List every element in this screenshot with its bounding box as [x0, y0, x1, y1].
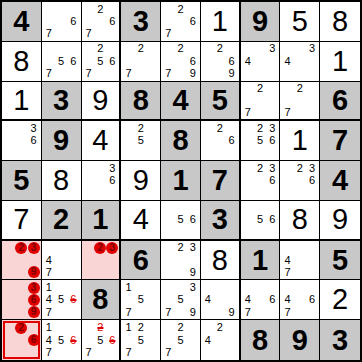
- mark-slot-8: [55, 266, 67, 278]
- cell-r1c7[interactable]: 9: [241, 2, 281, 42]
- cell-r3c6[interactable]: 5: [201, 82, 241, 122]
- cell-r1c5[interactable]: 267: [161, 2, 201, 42]
- circled-candidate: 2: [94, 242, 106, 254]
- mark-slot-2: [55, 242, 67, 254]
- mark-slot-4: [281, 174, 293, 186]
- cell-r1c2[interactable]: 67: [42, 2, 82, 42]
- mark-slot-2: 2: [15, 242, 27, 254]
- pencil-marks: 369: [3, 281, 40, 318]
- mark-slot-1: [3, 321, 15, 334]
- cell-r7c4[interactable]: 6: [121, 241, 161, 281]
- cell-r2c6[interactable]: 269: [201, 42, 241, 82]
- candidate: 2: [257, 123, 263, 134]
- candidate: 2: [217, 322, 223, 333]
- mark-slot-9: [67, 28, 79, 40]
- candidate: 2: [138, 43, 144, 54]
- candidate: 5: [97, 56, 103, 67]
- pencil-marks: 34: [242, 43, 279, 80]
- mark-slot-6: 6: [67, 294, 79, 306]
- candidate: 2: [217, 43, 223, 54]
- cell-r1c1[interactable]: 4: [2, 2, 42, 42]
- mark-slot-4: [162, 214, 174, 226]
- candidate: 5: [58, 335, 64, 346]
- mark-slot-3: [106, 321, 118, 334]
- mark-slot-2: [55, 3, 67, 15]
- solved-digit: 8: [292, 205, 308, 234]
- mark-slot-5: [15, 334, 27, 347]
- mark-slot-2: 2: [135, 43, 147, 55]
- pencil-marks: 36: [3, 122, 40, 159]
- mark-slot-3: [147, 281, 159, 293]
- candidate: 5: [177, 294, 183, 305]
- cell-r6c8[interactable]: 8: [280, 201, 320, 241]
- cell-r9c7[interactable]: 8: [241, 320, 281, 360]
- cell-r8c3[interactable]: 8: [82, 280, 122, 320]
- mark-slot-7: 7: [83, 346, 95, 359]
- mark-slot-1: [242, 281, 254, 293]
- candidate: 1: [125, 282, 131, 293]
- mark-slot-5: [214, 135, 226, 147]
- mark-slot-8: [294, 187, 306, 199]
- mark-slot-1: [83, 162, 95, 174]
- solved-digit: 1: [212, 7, 228, 36]
- candidate: 1: [46, 282, 52, 293]
- mark-slot-2: 2: [174, 43, 186, 55]
- circled-candidate: 2: [15, 322, 27, 334]
- cell-r6c2[interactable]: 2: [42, 201, 82, 241]
- mark-slot-7: [242, 187, 254, 199]
- cell-r2c3[interactable]: 2567: [82, 42, 122, 82]
- mark-slot-3: [147, 321, 159, 334]
- mark-slot-8: [254, 187, 266, 199]
- mark-slot-5: 5: [94, 55, 106, 67]
- cell-r3c8[interactable]: 27: [280, 82, 320, 122]
- mark-slot-4: [202, 135, 214, 147]
- mark-slot-4: [122, 135, 134, 147]
- candidate: 4: [46, 294, 52, 305]
- mark-slot-7: [242, 226, 254, 238]
- mark-slot-4: [202, 55, 214, 67]
- mark-slot-4: [83, 174, 95, 186]
- cell-r9c6[interactable]: 24: [201, 320, 241, 360]
- mark-slot-5: [174, 55, 186, 67]
- given-digit: 6: [332, 86, 348, 115]
- mark-slot-1: [162, 281, 174, 293]
- candidate: 7: [46, 68, 52, 79]
- cell-r4c9[interactable]: 7: [320, 121, 360, 161]
- mark-slot-3: [106, 43, 118, 55]
- mark-slot-5: [55, 15, 67, 27]
- candidate: 2: [257, 83, 263, 94]
- mark-slot-5: [294, 254, 306, 266]
- mark-slot-5: [254, 55, 266, 67]
- cell-r5c3[interactable]: 36: [82, 161, 122, 201]
- candidate: 7: [285, 107, 291, 118]
- mark-slot-9: [147, 306, 159, 318]
- given-digit: 5: [212, 86, 228, 115]
- mark-slot-1: [202, 43, 214, 55]
- mark-slot-1: [3, 242, 15, 254]
- mark-slot-1: [281, 162, 293, 174]
- cell-r5c7[interactable]: 236: [241, 161, 281, 201]
- cell-r2c9[interactable]: 1: [320, 42, 360, 82]
- solved-digit: 7: [13, 205, 29, 234]
- mark-slot-8: [294, 266, 306, 278]
- mark-slot-9: [306, 187, 318, 199]
- cell-r7c9[interactable]: 5: [320, 241, 360, 281]
- mark-slot-5: [174, 254, 186, 266]
- pencil-marks: 239: [162, 242, 199, 279]
- candidate: 2: [217, 123, 223, 134]
- mark-slot-7: 7: [162, 346, 174, 359]
- mark-slot-6: 6: [28, 334, 40, 347]
- given-digit: 3: [332, 326, 348, 355]
- mark-slot-7: [162, 226, 174, 238]
- mark-slot-6: 6: [226, 135, 238, 147]
- candidate: 5: [58, 294, 64, 305]
- pencil-marks: 2679: [162, 43, 199, 80]
- cell-r1c8[interactable]: 5: [280, 2, 320, 42]
- mark-slot-8: [174, 266, 186, 278]
- mark-slot-4: [83, 334, 95, 347]
- mark-slot-3: [266, 281, 278, 293]
- cell-r8c2[interactable]: 14567: [42, 280, 82, 320]
- cell-r7c8[interactable]: 47: [280, 241, 320, 281]
- mark-slot-7: 7: [122, 67, 134, 79]
- given-digit: 5: [13, 166, 29, 195]
- mark-slot-8: [214, 306, 226, 318]
- mark-slot-5: 5: [174, 214, 186, 226]
- mark-slot-7: 7: [122, 346, 134, 359]
- pencil-marks: 2567: [83, 43, 119, 80]
- mark-slot-7: 7: [162, 67, 174, 79]
- mark-slot-2: [55, 281, 67, 293]
- pencil-marks: 2567: [83, 321, 119, 359]
- candidate: 6: [269, 294, 275, 305]
- cell-r4c8[interactable]: 1: [280, 121, 320, 161]
- cell-r6c7[interactable]: 56: [241, 201, 281, 241]
- mark-slot-5: [94, 15, 106, 27]
- mark-slot-3: [306, 83, 318, 95]
- mark-slot-2: 2: [94, 321, 106, 334]
- mark-slot-9: 9: [187, 266, 199, 278]
- mark-slot-3: [106, 3, 118, 15]
- mark-slot-6: [147, 55, 159, 67]
- mark-slot-6: [306, 254, 318, 266]
- mark-slot-3: [147, 122, 159, 134]
- cell-r2c5[interactable]: 2679: [161, 42, 201, 82]
- mark-slot-6: 6: [67, 15, 79, 27]
- cell-r4c4[interactable]: 25: [121, 121, 161, 161]
- cell-r2c7[interactable]: 34: [241, 42, 281, 82]
- cell-r5c5[interactable]: 1: [161, 161, 201, 201]
- mark-slot-4: [162, 294, 174, 306]
- solved-digit: 4: [133, 205, 149, 234]
- cell-r3c4[interactable]: 8: [121, 82, 161, 122]
- candidate: 5: [257, 214, 263, 225]
- cell-r9c9[interactable]: 3: [320, 320, 360, 360]
- mark-slot-4: [242, 94, 254, 106]
- cell-r3c5[interactable]: 4: [161, 82, 201, 122]
- mark-slot-5: [294, 294, 306, 306]
- cell-r8c5[interactable]: 3579: [161, 280, 201, 320]
- candidate: 6: [269, 175, 275, 186]
- candidate: 7: [165, 307, 171, 318]
- given-digit: 8: [92, 285, 108, 314]
- candidate: 4: [285, 255, 291, 266]
- cell-r7c1[interactable]: 239: [2, 241, 42, 281]
- mark-slot-6: 6: [187, 214, 199, 226]
- mark-slot-9: [28, 147, 40, 159]
- mark-slot-6: 6: [106, 15, 118, 27]
- candidate: 1: [125, 322, 131, 333]
- candidate: 6: [229, 56, 235, 67]
- pencil-marks: 267: [162, 3, 199, 40]
- solved-digit: 9: [92, 86, 108, 115]
- mark-slot-2: [135, 281, 147, 293]
- cell-r4c6[interactable]: 26: [201, 121, 241, 161]
- given-digit: 9: [53, 126, 69, 155]
- mark-slot-6: 6: [306, 174, 318, 186]
- mark-slot-9: [266, 306, 278, 318]
- mark-slot-7: [202, 306, 214, 318]
- mark-slot-4: 4: [43, 294, 55, 306]
- cell-r8c6[interactable]: 49: [201, 280, 241, 320]
- cell-r9c5[interactable]: 257: [161, 320, 201, 360]
- mark-slot-2: [174, 202, 186, 214]
- mark-slot-1: [122, 122, 134, 134]
- candidate: 2: [297, 83, 303, 94]
- cell-r4c5[interactable]: 8: [161, 121, 201, 161]
- mark-slot-4: 4: [281, 254, 293, 266]
- pencil-marks: 25: [122, 122, 159, 159]
- mark-slot-1: [242, 43, 254, 55]
- mark-slot-5: 5: [55, 334, 67, 347]
- candidate: 2: [138, 123, 144, 134]
- solved-digit: 9: [332, 205, 348, 234]
- cell-r1c9[interactable]: 8: [320, 2, 360, 42]
- mark-slot-2: 2: [135, 122, 147, 134]
- mark-slot-9: [226, 346, 238, 359]
- candidate: 6: [190, 16, 196, 27]
- cell-r3c7[interactable]: 27: [241, 82, 281, 122]
- cell-r7c7[interactable]: 1: [241, 241, 281, 281]
- mark-slot-6: [226, 334, 238, 347]
- mark-slot-6: [266, 94, 278, 106]
- circled-candidate: 3: [106, 242, 118, 254]
- cell-r3c3[interactable]: 9: [82, 82, 122, 122]
- cell-r4c7[interactable]: 2356: [241, 121, 281, 161]
- mark-slot-1: [242, 122, 254, 134]
- mark-slot-3: [28, 321, 40, 334]
- pencil-marks: 467: [281, 281, 318, 318]
- cell-r4c3[interactable]: 4: [82, 121, 122, 161]
- cell-r6c5[interactable]: 56: [161, 201, 201, 241]
- mark-slot-1: [281, 83, 293, 95]
- solved-digit: 8: [332, 7, 348, 36]
- mark-slot-2: 2: [135, 321, 147, 334]
- mark-slot-7: [242, 67, 254, 79]
- cell-r8c7[interactable]: 467: [241, 280, 281, 320]
- mark-slot-2: 2: [94, 43, 106, 55]
- mark-slot-1: [43, 43, 55, 55]
- candidate: 4: [285, 56, 291, 67]
- candidate: 5: [58, 56, 64, 67]
- solved-digit: 1: [332, 47, 348, 76]
- candidate: 5: [257, 135, 263, 146]
- mark-slot-3: [226, 43, 238, 55]
- cell-r5c2[interactable]: 8: [42, 161, 82, 201]
- cell-r9c8[interactable]: 9: [280, 320, 320, 360]
- cell-r1c4[interactable]: 3: [121, 2, 161, 42]
- mark-slot-7: [202, 147, 214, 159]
- circled-candidate: 6: [28, 294, 40, 306]
- mark-slot-5: [55, 254, 67, 266]
- mark-slot-1: [202, 281, 214, 293]
- mark-slot-7: 7: [162, 306, 174, 318]
- mark-slot-5: 5: [174, 334, 186, 347]
- cell-r5c4[interactable]: 9: [121, 161, 161, 201]
- cell-r4c1[interactable]: 36: [2, 121, 42, 161]
- cell-r9c2[interactable]: 14567: [42, 320, 82, 360]
- mark-slot-6: [28, 254, 40, 266]
- mark-slot-6: 6: [187, 15, 199, 27]
- cell-r9c4[interactable]: 1257: [121, 320, 161, 360]
- candidate: 3: [269, 123, 275, 134]
- mark-slot-7: 7: [83, 67, 95, 79]
- cell-r9c1[interactable]: 26: [2, 320, 42, 360]
- cell-r2c8[interactable]: 34: [280, 42, 320, 82]
- mark-slot-2: 2: [214, 43, 226, 55]
- mark-slot-4: [3, 294, 15, 306]
- pencil-marks: 236: [242, 162, 279, 199]
- mark-slot-8: [135, 346, 147, 359]
- mark-slot-1: [83, 43, 95, 55]
- mark-slot-6: 6: [187, 55, 199, 67]
- mark-slot-6: 6: [28, 294, 40, 306]
- cell-r8c9[interactable]: 2: [320, 280, 360, 320]
- mark-slot-9: [226, 147, 238, 159]
- mark-slot-2: [214, 281, 226, 293]
- cell-r1c6[interactable]: 1: [201, 2, 241, 42]
- mark-slot-3: 3: [28, 122, 40, 134]
- given-digit: 3: [212, 205, 228, 234]
- cell-r6c9[interactable]: 9: [320, 201, 360, 241]
- mark-slot-2: [254, 281, 266, 293]
- pencil-marks: 157: [122, 281, 159, 318]
- mark-slot-1: [3, 281, 15, 293]
- cell-r2c1[interactable]: 8: [2, 42, 42, 82]
- mark-slot-2: 2: [15, 321, 27, 334]
- mark-slot-6: 6: [306, 294, 318, 306]
- candidate: 2: [177, 4, 183, 15]
- cell-r8c8[interactable]: 467: [280, 280, 320, 320]
- cell-r5c1[interactable]: 5: [2, 161, 42, 201]
- mark-slot-9: [28, 346, 40, 359]
- mark-slot-7: [281, 187, 293, 199]
- cell-r3c1[interactable]: 1: [2, 82, 42, 122]
- candidate: 2: [177, 322, 183, 333]
- pencil-marks: 239: [3, 242, 40, 279]
- mark-slot-6: [187, 294, 199, 306]
- mark-slot-3: [187, 321, 199, 334]
- mark-slot-8: [174, 306, 186, 318]
- cell-r6c6[interactable]: 3: [201, 201, 241, 241]
- cell-r8c1[interactable]: 369: [2, 280, 42, 320]
- mark-slot-6: [187, 254, 199, 266]
- cell-r3c9[interactable]: 6: [320, 82, 360, 122]
- mark-slot-8: [15, 346, 27, 359]
- pencil-marks: 34: [281, 43, 318, 80]
- mark-slot-1: [83, 242, 95, 254]
- mark-slot-7: [242, 147, 254, 159]
- mark-slot-8: [294, 67, 306, 79]
- mark-slot-9: [106, 346, 118, 359]
- cell-r3c2[interactable]: 3: [42, 82, 82, 122]
- mark-slot-7: [3, 346, 15, 359]
- cell-r6c1[interactable]: 7: [2, 201, 42, 241]
- mark-slot-3: [187, 202, 199, 214]
- mark-slot-8: [15, 266, 27, 278]
- mark-slot-9: [67, 346, 79, 359]
- mark-slot-5: 5: [55, 294, 67, 306]
- cell-r4c2[interactable]: 9: [42, 121, 82, 161]
- mark-slot-7: 7: [43, 266, 55, 278]
- pencil-marks: 14567: [43, 321, 80, 359]
- eliminated-candidate: 6: [70, 335, 76, 346]
- cell-r6c4[interactable]: 4: [121, 201, 161, 241]
- candidate: 2: [177, 43, 183, 54]
- candidate: 7: [245, 307, 251, 318]
- mark-slot-8: [55, 28, 67, 40]
- mark-slot-5: [174, 15, 186, 27]
- pencil-marks: 36: [83, 162, 119, 199]
- cell-r7c6[interactable]: 8: [201, 241, 241, 281]
- mark-slot-7: 7: [281, 106, 293, 118]
- circled-candidate: 6: [28, 334, 40, 346]
- cell-r7c2[interactable]: 47: [42, 241, 82, 281]
- cell-r1c3[interactable]: 267: [82, 2, 122, 42]
- cell-r2c2[interactable]: 567: [42, 42, 82, 82]
- circled-candidate: 9: [28, 266, 40, 278]
- mark-slot-8: [214, 346, 226, 359]
- cell-r9c3[interactable]: 2567: [82, 320, 122, 360]
- pencil-marks: 267: [83, 3, 119, 40]
- cell-r2c4[interactable]: 27: [121, 42, 161, 82]
- mark-slot-4: 4: [242, 294, 254, 306]
- cell-r5c6[interactable]: 7: [201, 161, 241, 201]
- cell-r5c9[interactable]: 4: [320, 161, 360, 201]
- mark-slot-8: [174, 67, 186, 79]
- pencil-marks: 23: [83, 242, 119, 279]
- mark-slot-9: [266, 187, 278, 199]
- cell-r7c3[interactable]: 23: [82, 241, 122, 281]
- mark-slot-4: [162, 55, 174, 67]
- cell-r8c4[interactable]: 157: [121, 280, 161, 320]
- mark-slot-6: 6: [266, 135, 278, 147]
- mark-slot-5: [15, 135, 27, 147]
- cell-r5c8[interactable]: 236: [280, 161, 320, 201]
- mark-slot-9: [106, 266, 118, 278]
- candidate: 9: [190, 307, 196, 318]
- cell-r7c5[interactable]: 239: [161, 241, 201, 281]
- candidate: 6: [109, 16, 115, 27]
- cell-r6c3[interactable]: 1: [82, 201, 122, 241]
- mark-slot-1: [202, 321, 214, 334]
- mark-slot-3: 3: [266, 43, 278, 55]
- mark-slot-7: 7: [242, 306, 254, 318]
- mark-slot-3: [67, 281, 79, 293]
